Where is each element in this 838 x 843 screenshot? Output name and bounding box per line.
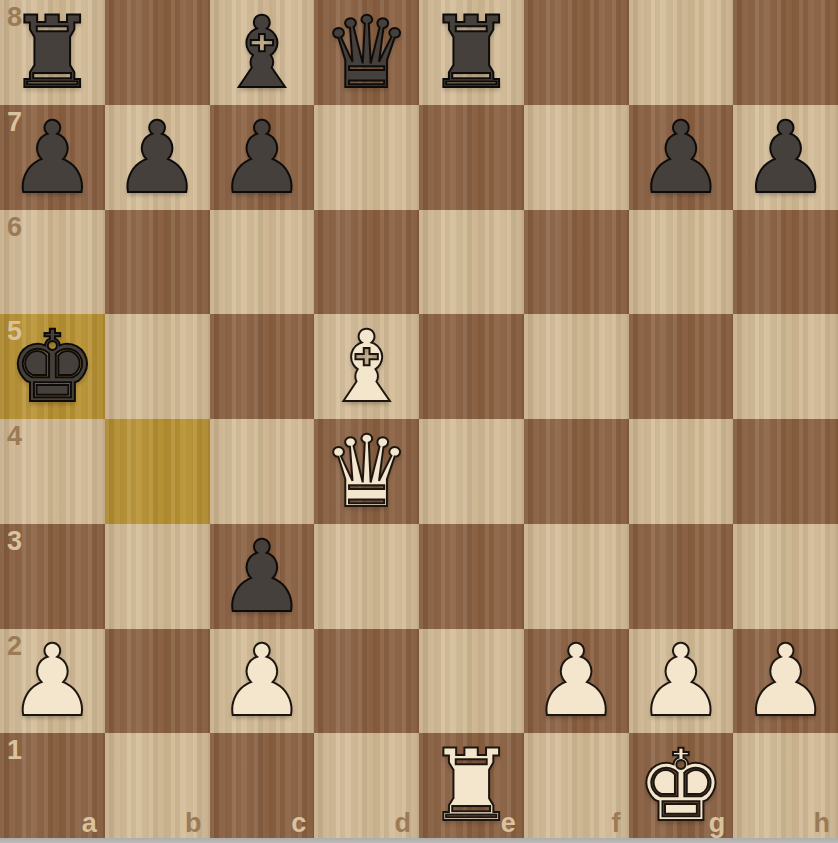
square-c1[interactable]: c xyxy=(210,733,315,838)
square-e7[interactable] xyxy=(419,105,524,210)
square-f6[interactable] xyxy=(524,210,629,315)
page-background-strip xyxy=(0,838,838,843)
rank-label-1: 1 xyxy=(7,735,22,766)
file-label-h: h xyxy=(814,808,831,838)
square-g4[interactable] xyxy=(629,419,734,524)
square-b8[interactable] xyxy=(105,0,210,105)
square-h1[interactable]: h xyxy=(733,733,838,838)
rank-label-3: 3 xyxy=(7,526,22,557)
piece-black-pawn[interactable]: ♟ xyxy=(217,527,306,626)
piece-white-pawn[interactable]: ♟ xyxy=(217,631,306,730)
file-label-b: b xyxy=(185,808,202,838)
square-c7[interactable]: ♟ xyxy=(210,105,315,210)
square-c5[interactable] xyxy=(210,314,315,419)
square-a1[interactable]: 1a xyxy=(0,733,105,838)
square-d2[interactable] xyxy=(314,629,419,734)
square-d6[interactable] xyxy=(314,210,419,315)
square-c8[interactable]: ♝ xyxy=(210,0,315,105)
square-h2[interactable]: ♟ xyxy=(733,629,838,734)
square-b1[interactable]: b xyxy=(105,733,210,838)
square-g5[interactable] xyxy=(629,314,734,419)
piece-black-queen[interactable]: ♛ xyxy=(322,3,411,102)
piece-white-rook[interactable]: ♜ xyxy=(427,736,516,835)
square-f4[interactable] xyxy=(524,419,629,524)
square-e6[interactable] xyxy=(419,210,524,315)
piece-white-pawn[interactable]: ♟ xyxy=(741,631,830,730)
piece-white-pawn[interactable]: ♟ xyxy=(636,631,725,730)
square-c2[interactable]: ♟ xyxy=(210,629,315,734)
piece-black-pawn[interactable]: ♟ xyxy=(113,108,202,207)
piece-black-rook[interactable]: ♜ xyxy=(8,3,97,102)
piece-black-rook[interactable]: ♜ xyxy=(427,3,516,102)
square-b7[interactable]: ♟ xyxy=(105,105,210,210)
square-g3[interactable] xyxy=(629,524,734,629)
square-d1[interactable]: d xyxy=(314,733,419,838)
square-g8[interactable] xyxy=(629,0,734,105)
square-f2[interactable]: ♟ xyxy=(524,629,629,734)
square-a4[interactable]: 4 xyxy=(0,419,105,524)
square-f1[interactable]: f xyxy=(524,733,629,838)
square-c6[interactable] xyxy=(210,210,315,315)
piece-white-queen[interactable]: ♛ xyxy=(322,422,411,521)
piece-black-king[interactable]: ♚ xyxy=(8,317,97,416)
file-label-f: f xyxy=(612,808,621,838)
square-f7[interactable] xyxy=(524,105,629,210)
square-d5[interactable]: ♝ xyxy=(314,314,419,419)
square-h5[interactable] xyxy=(733,314,838,419)
square-h4[interactable] xyxy=(733,419,838,524)
square-a6[interactable]: 6 xyxy=(0,210,105,315)
square-a8[interactable]: 8♜ xyxy=(0,0,105,105)
square-h7[interactable]: ♟ xyxy=(733,105,838,210)
square-c4[interactable] xyxy=(210,419,315,524)
file-label-d: d xyxy=(395,808,412,838)
square-a3[interactable]: 3 xyxy=(0,524,105,629)
square-a7[interactable]: 7♟ xyxy=(0,105,105,210)
chess-board: 8♜♝♛♜7♟♟♟♟♟65♚♝4♛3♟2♟♟♟♟♟1abcde♜fg♚h xyxy=(0,0,838,838)
square-g2[interactable]: ♟ xyxy=(629,629,734,734)
square-f8[interactable] xyxy=(524,0,629,105)
file-label-a: a xyxy=(82,808,97,838)
square-b2[interactable] xyxy=(105,629,210,734)
piece-white-pawn[interactable]: ♟ xyxy=(8,631,97,730)
square-g7[interactable]: ♟ xyxy=(629,105,734,210)
square-f3[interactable] xyxy=(524,524,629,629)
square-a5[interactable]: 5♚ xyxy=(0,314,105,419)
square-h3[interactable] xyxy=(733,524,838,629)
piece-black-bishop[interactable]: ♝ xyxy=(217,3,306,102)
square-e1[interactable]: e♜ xyxy=(419,733,524,838)
square-g6[interactable] xyxy=(629,210,734,315)
square-f5[interactable] xyxy=(524,314,629,419)
piece-black-pawn[interactable]: ♟ xyxy=(8,108,97,207)
piece-white-bishop[interactable]: ♝ xyxy=(322,317,411,416)
file-label-c: c xyxy=(291,808,306,838)
piece-black-pawn[interactable]: ♟ xyxy=(636,108,725,207)
square-b4[interactable] xyxy=(105,419,210,524)
rank-label-4: 4 xyxy=(7,421,22,452)
piece-white-pawn[interactable]: ♟ xyxy=(532,631,621,730)
piece-black-pawn[interactable]: ♟ xyxy=(741,108,830,207)
piece-white-king[interactable]: ♚ xyxy=(636,736,725,835)
square-e4[interactable] xyxy=(419,419,524,524)
square-b5[interactable] xyxy=(105,314,210,419)
square-e3[interactable] xyxy=(419,524,524,629)
piece-black-pawn[interactable]: ♟ xyxy=(217,108,306,207)
square-b3[interactable] xyxy=(105,524,210,629)
square-e5[interactable] xyxy=(419,314,524,419)
square-e2[interactable] xyxy=(419,629,524,734)
square-c3[interactable]: ♟ xyxy=(210,524,315,629)
rank-label-6: 6 xyxy=(7,212,22,243)
square-d8[interactable]: ♛ xyxy=(314,0,419,105)
square-g1[interactable]: g♚ xyxy=(629,733,734,838)
square-d4[interactable]: ♛ xyxy=(314,419,419,524)
square-d3[interactable] xyxy=(314,524,419,629)
square-a2[interactable]: 2♟ xyxy=(0,629,105,734)
square-h8[interactable] xyxy=(733,0,838,105)
square-h6[interactable] xyxy=(733,210,838,315)
square-e8[interactable]: ♜ xyxy=(419,0,524,105)
square-d7[interactable] xyxy=(314,105,419,210)
square-b6[interactable] xyxy=(105,210,210,315)
